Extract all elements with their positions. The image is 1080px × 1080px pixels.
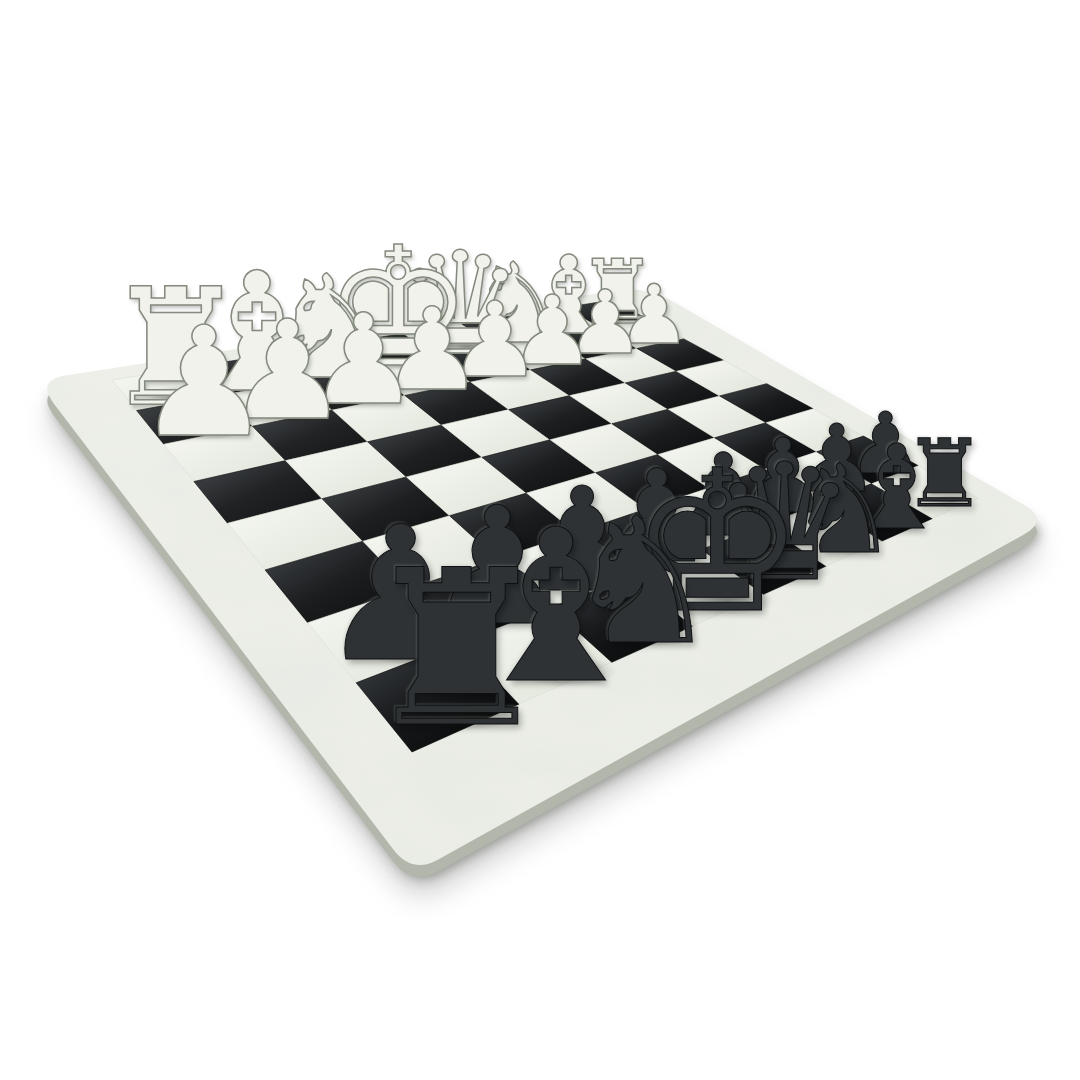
gloss-sheen [47, 290, 1037, 865]
marble-chess-set-photo: ♜♝♞♚♛♞♝♜♟♟♟♟♟♟♟♟♟♟♟♟♟♟♟♟♜♝♞♚♛♞♝♜ [0, 0, 1080, 1080]
chess-board [0, 0, 1080, 1080]
